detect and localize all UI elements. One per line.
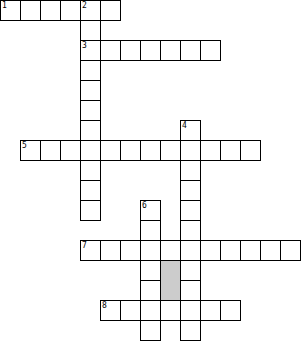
crossword-cell-r3c4[interactable] [80,60,101,81]
crossword-cell-r0c2[interactable] [40,0,61,21]
crossword-cell-r7c10[interactable] [200,140,221,161]
crossword-cell-r6c4[interactable] [80,120,101,141]
crossword-cell-r0c1[interactable] [20,0,41,21]
crossword-cell-r7c6[interactable] [120,140,141,161]
crossword-cell-r15c8[interactable] [160,300,181,321]
crossword-shaded-cell-r13c8[interactable] [160,260,181,301]
crossword-cell-r12c14[interactable] [280,240,301,261]
crossword-cell-r12c8[interactable] [160,240,181,261]
crossword-cell-r16c7[interactable] [140,320,161,341]
crossword-cell-r7c11[interactable] [220,140,241,161]
crossword-cell-r0c3[interactable] [60,0,81,21]
crossword-cell-r15c7[interactable] [140,300,161,321]
crossword-cell-r12c10[interactable] [200,240,221,261]
crossword-cell-r11c9[interactable] [180,220,201,241]
clue-number-2: 2 [82,2,87,10]
crossword-cell-r0c5[interactable] [100,0,121,21]
crossword-cell-r13c9[interactable] [180,260,201,281]
crossword-cell-r12c9[interactable] [180,240,201,261]
crossword-cell-r7c2[interactable] [40,140,61,161]
crossword-cell-r1c4[interactable] [80,20,101,41]
crossword-cell-r11c7[interactable] [140,220,161,241]
clue-number-8: 8 [102,302,107,310]
clue-number-1: 1 [2,2,7,10]
crossword-cell-r8c9[interactable] [180,160,201,181]
crossword-cell-r15c6[interactable] [120,300,141,321]
crossword-cell-r2c5[interactable] [100,40,121,61]
crossword-cell-r10c4[interactable] [80,200,101,221]
crossword-cell-r2c8[interactable] [160,40,181,61]
clue-number-4: 4 [182,122,187,130]
crossword-cell-r13c7[interactable] [140,260,161,281]
crossword-cell-r15c9[interactable] [180,300,201,321]
crossword-cell-r8c4[interactable] [80,160,101,181]
crossword-grid: 12345678 [0,0,301,341]
crossword-cell-r9c9[interactable] [180,180,201,201]
clue-number-3: 3 [82,42,87,50]
crossword-cell-r14c9[interactable] [180,280,201,301]
crossword-cell-r7c3[interactable] [60,140,81,161]
crossword-cell-r12c7[interactable] [140,240,161,261]
crossword-cell-r10c9[interactable] [180,200,201,221]
crossword-cell-r2c9[interactable] [180,40,201,61]
crossword-cell-r12c5[interactable] [100,240,121,261]
crossword-cell-r7c5[interactable] [100,140,121,161]
crossword-cell-r7c7[interactable] [140,140,161,161]
crossword-cell-r12c6[interactable] [120,240,141,261]
crossword-cell-r15c11[interactable] [220,300,241,321]
crossword-cell-r4c4[interactable] [80,80,101,101]
crossword-cell-r16c9[interactable] [180,320,201,341]
crossword-cell-r7c4[interactable] [80,140,101,161]
crossword-cell-r12c12[interactable] [240,240,261,261]
crossword-cell-r2c7[interactable] [140,40,161,61]
crossword-cell-r7c12[interactable] [240,140,261,161]
crossword-cell-r2c6[interactable] [120,40,141,61]
clue-number-7: 7 [82,242,87,250]
crossword-cell-r7c8[interactable] [160,140,181,161]
clue-number-5: 5 [22,142,27,150]
crossword-cell-r9c4[interactable] [80,180,101,201]
crossword-cell-r2c10[interactable] [200,40,221,61]
crossword-cell-r12c11[interactable] [220,240,241,261]
crossword-cell-r7c9[interactable] [180,140,201,161]
crossword-cell-r12c13[interactable] [260,240,281,261]
crossword-cell-r5c4[interactable] [80,100,101,121]
clue-number-6: 6 [142,202,147,210]
crossword-cell-r14c7[interactable] [140,280,161,301]
crossword-cell-r15c10[interactable] [200,300,221,321]
